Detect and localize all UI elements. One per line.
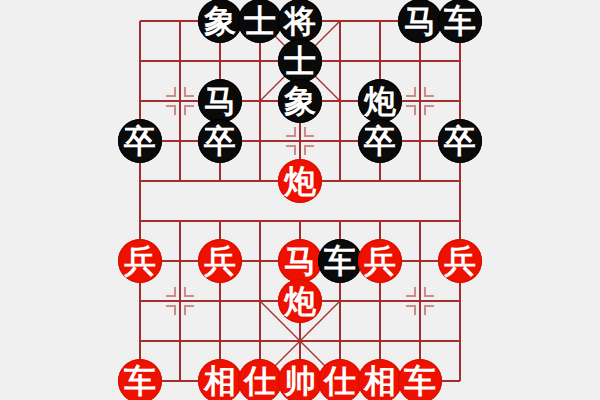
piece-black-soldier[interactable]: 卒 xyxy=(198,119,242,163)
piece-black-advisor[interactable]: 士 xyxy=(278,39,322,83)
board-cell: 车 xyxy=(400,361,440,400)
board-cell: 卒 xyxy=(360,121,400,161)
board-cell: 兵 xyxy=(200,241,240,281)
piece-black-chariot[interactable]: 车 xyxy=(318,239,362,283)
piece-red-horse[interactable]: 马 xyxy=(278,239,322,283)
piece-red-chariot[interactable]: 车 xyxy=(118,359,162,400)
board-cell: 炮 xyxy=(280,161,320,201)
xiangqi-board-screenshot: 象士将马车士马象炮卒卒卒卒炮兵兵马车兵兵炮车相仕帅仕相车 xyxy=(0,0,600,400)
piece-red-elephant[interactable]: 相 xyxy=(358,359,402,400)
board-cell: 车 xyxy=(320,241,360,281)
piece-black-general[interactable]: 将 xyxy=(278,0,322,43)
board-cell: 仕 xyxy=(240,361,280,400)
board-cell: 马 xyxy=(280,241,320,281)
board-cell: 兵 xyxy=(360,241,400,281)
piece-black-elephant[interactable]: 象 xyxy=(198,0,242,43)
board-cell: 士 xyxy=(240,1,280,41)
board-cell: 象 xyxy=(200,1,240,41)
board-cell: 士 xyxy=(280,41,320,81)
board-cell: 兵 xyxy=(120,241,160,281)
board-cell: 马 xyxy=(200,81,240,121)
piece-red-soldier[interactable]: 兵 xyxy=(118,239,162,283)
board-cell: 卒 xyxy=(200,121,240,161)
piece-red-soldier[interactable]: 兵 xyxy=(198,239,242,283)
board-cell: 将 xyxy=(280,1,320,41)
board-cell: 卒 xyxy=(440,121,480,161)
piece-red-soldier[interactable]: 兵 xyxy=(358,239,402,283)
board-cell: 炮 xyxy=(280,281,320,321)
piece-grid: 象士将马车士马象炮卒卒卒卒炮兵兵马车兵兵炮车相仕帅仕相车 xyxy=(120,1,480,400)
board-cell: 马 xyxy=(400,1,440,41)
piece-red-advisor[interactable]: 仕 xyxy=(238,359,282,400)
board-cell: 相 xyxy=(200,361,240,400)
board-cell: 炮 xyxy=(360,81,400,121)
board-cell: 象 xyxy=(280,81,320,121)
board-cell: 车 xyxy=(440,1,480,41)
board-cell: 帅 xyxy=(280,361,320,400)
board-cell: 兵 xyxy=(440,241,480,281)
piece-black-chariot[interactable]: 车 xyxy=(438,0,482,43)
piece-red-soldier[interactable]: 兵 xyxy=(438,239,482,283)
board-cell: 车 xyxy=(120,361,160,400)
piece-red-cannon[interactable]: 炮 xyxy=(278,159,322,203)
piece-red-general[interactable]: 帅 xyxy=(278,359,322,400)
board-cell: 卒 xyxy=(120,121,160,161)
piece-black-soldier[interactable]: 卒 xyxy=(438,119,482,163)
piece-black-horse[interactable]: 马 xyxy=(198,79,242,123)
piece-red-elephant[interactable]: 相 xyxy=(198,359,242,400)
piece-black-soldier[interactable]: 卒 xyxy=(358,119,402,163)
piece-red-advisor[interactable]: 仕 xyxy=(318,359,362,400)
piece-black-cannon[interactable]: 炮 xyxy=(358,79,402,123)
board-cell: 仕 xyxy=(320,361,360,400)
piece-red-chariot[interactable]: 车 xyxy=(398,359,442,400)
board-cell: 相 xyxy=(360,361,400,400)
piece-black-elephant[interactable]: 象 xyxy=(278,79,322,123)
piece-red-cannon[interactable]: 炮 xyxy=(278,279,322,323)
piece-black-advisor[interactable]: 士 xyxy=(238,0,282,43)
piece-black-soldier[interactable]: 卒 xyxy=(118,119,162,163)
piece-black-horse[interactable]: 马 xyxy=(398,0,442,43)
